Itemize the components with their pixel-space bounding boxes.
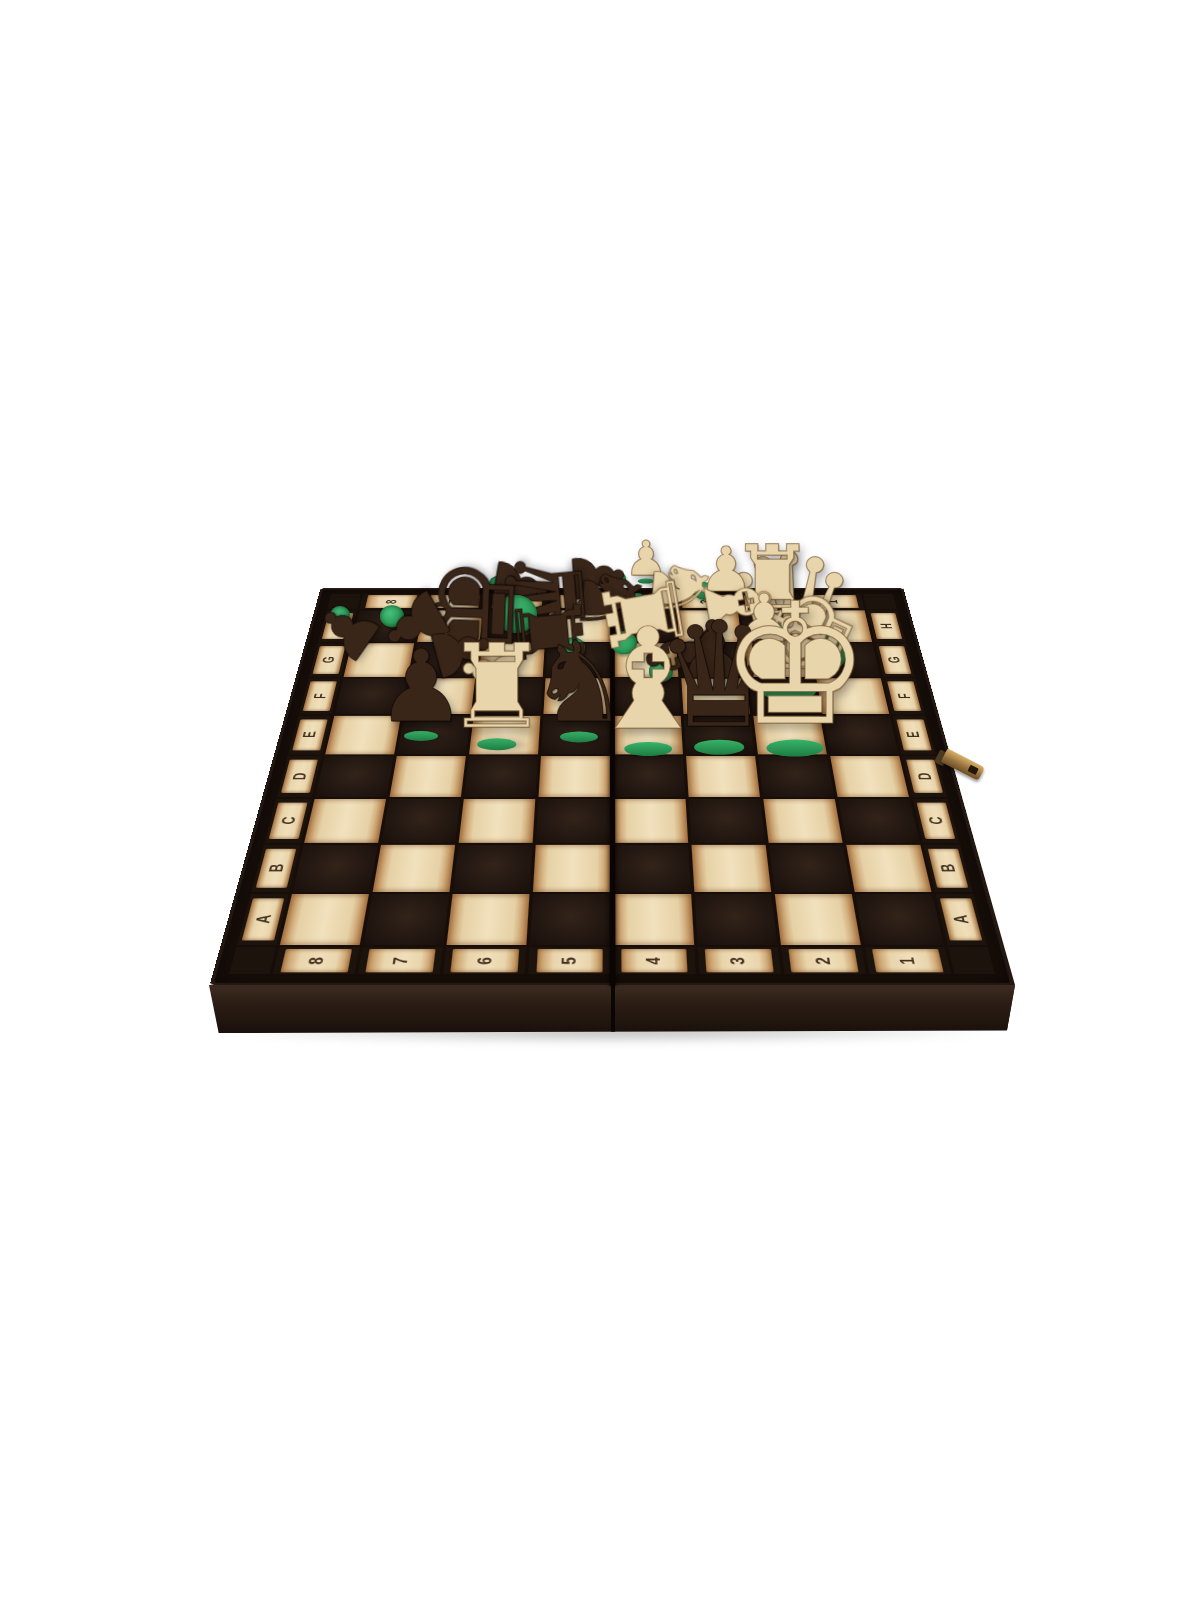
board-square-e5 [541, 716, 610, 754]
board-square-d2 [758, 756, 834, 797]
file-label-plate: E [292, 719, 327, 750]
rank-label-text: 3 [699, 600, 714, 604]
rank-label: 2 [781, 947, 866, 974]
board-square-g1 [810, 643, 881, 677]
file-label-text: G [320, 657, 337, 663]
rank-label-text: 6 [510, 600, 525, 604]
file-label: G [875, 643, 915, 677]
board-square-c5 [536, 799, 610, 843]
file-label-text: H [878, 623, 895, 629]
board-square-a7 [363, 894, 449, 945]
file-label-plate: H [322, 613, 354, 639]
file-label-text: F [895, 693, 913, 698]
frame-corner [863, 594, 896, 609]
file-label-plate: A [940, 898, 982, 940]
board-square-g5 [546, 643, 611, 677]
rank-label: 6 [443, 947, 526, 974]
board-square-c4 [614, 799, 688, 843]
file-label-text: C [926, 816, 946, 824]
board-square-d6 [464, 756, 538, 797]
rank-label-text: 5 [573, 600, 588, 604]
board-square-h3 [677, 610, 742, 642]
file-label-plate: F [887, 682, 921, 711]
file-label: H [867, 610, 905, 642]
board-square-e7 [397, 716, 471, 754]
rank-label-plate: 7 [429, 595, 480, 608]
board-square-g6 [478, 643, 545, 677]
frame-corner [948, 947, 995, 974]
file-label-text: E [301, 732, 319, 738]
rank-label: 8 [273, 947, 359, 974]
board-square-b8 [292, 845, 377, 892]
board-square-h2 [740, 610, 806, 642]
rank-label: 5 [550, 594, 611, 609]
file-label-text: D [290, 772, 309, 779]
rank-label-text: 3 [728, 957, 749, 964]
board-square-b6 [453, 845, 533, 892]
board-square-c1 [838, 799, 920, 843]
file-label: B [923, 845, 972, 892]
board-square-b1 [846, 845, 931, 892]
file-label-plate: B [256, 849, 296, 888]
board-square-g7 [411, 643, 480, 677]
rank-label-text: 5 [560, 957, 580, 964]
rank-label: 4 [613, 594, 674, 609]
file-label-text: F [311, 693, 329, 698]
file-label: A [935, 894, 987, 945]
rank-label-plate: 5 [536, 949, 603, 972]
file-label: G [309, 643, 349, 677]
rank-label-plate: 5 [555, 595, 605, 608]
rank-label-text: 1 [897, 957, 918, 964]
rank-label: 7 [423, 594, 486, 609]
rank-label-plate: 1 [806, 595, 858, 608]
rank-label-text: 8 [384, 600, 400, 604]
file-label-plate: C [917, 802, 956, 838]
felt-base [638, 579, 654, 584]
file-label: D [277, 756, 322, 797]
board-square-f1 [816, 678, 889, 714]
board-square-g4 [613, 643, 678, 677]
rank-label: 3 [676, 594, 738, 609]
rank-label-plate: 1 [872, 949, 943, 972]
board-square-d8 [315, 756, 394, 797]
file-label-plate: E [896, 719, 931, 750]
file-label-text: A [252, 915, 274, 924]
rank-label-plate: 6 [492, 595, 543, 608]
board-square-f2 [749, 678, 820, 714]
rank-label-text: 7 [447, 600, 462, 604]
file-label-plate: C [269, 802, 308, 838]
board-square-a4 [614, 894, 694, 945]
board-square-d5 [539, 756, 611, 797]
rank-label-text: 8 [306, 957, 327, 964]
chess-board-3d-wrapper: 87654321HHGGFFEEDDCCBBAA87654321 [210, 588, 1015, 985]
rank-label-plate: 3 [705, 949, 773, 972]
board-square-f4 [613, 678, 680, 714]
file-label-plate: H [871, 613, 903, 639]
fold-seam-front [611, 983, 615, 1033]
board-square-f7 [404, 678, 475, 714]
piece-contact-shadow [638, 579, 662, 586]
board-square-b7 [373, 845, 456, 892]
file-label-text: H [329, 623, 346, 629]
board-square-a5 [530, 894, 610, 945]
rank-label: 2 [738, 594, 801, 609]
board-square-g2 [744, 643, 813, 677]
rank-label: 5 [529, 947, 611, 974]
frame-corner [327, 594, 360, 609]
rank-label: 1 [865, 947, 951, 974]
board-square-h1 [804, 610, 872, 642]
file-label: C [912, 799, 959, 843]
board-square-e6 [469, 716, 540, 754]
board-square-c6 [459, 799, 536, 843]
file-label: E [893, 716, 936, 754]
board-square-d7 [390, 756, 466, 797]
rank-label-text: 7 [390, 957, 411, 964]
file-label-plate: B [928, 849, 968, 888]
board-square-c3 [688, 799, 765, 843]
board-square-g3 [679, 643, 746, 677]
board-square-h7 [417, 610, 483, 642]
board-square-h8 [352, 610, 420, 642]
file-label: E [288, 716, 331, 754]
file-label-text: G [886, 657, 903, 663]
board-square-b5 [533, 845, 610, 892]
rank-label: 7 [358, 947, 443, 974]
rank-label-plate: 3 [681, 595, 732, 608]
file-label-plate: G [879, 646, 912, 674]
rank-label: 1 [801, 594, 864, 609]
board-square-h5 [548, 610, 611, 642]
rank-label-plate: 2 [744, 595, 795, 608]
board-square-a3 [694, 894, 777, 945]
rank-label: 6 [486, 594, 548, 609]
board-square-g8 [344, 643, 415, 677]
file-label: F [884, 678, 925, 714]
rank-label-text: 2 [762, 600, 777, 604]
rank-label-text: 6 [475, 957, 496, 964]
board-square-a6 [447, 894, 530, 945]
board-square-f6 [474, 678, 543, 714]
board-square-d4 [614, 756, 686, 797]
file-label-text: E [905, 732, 923, 738]
file-label-plate: A [242, 898, 284, 940]
board-square-d3 [686, 756, 760, 797]
rank-label-text: 1 [825, 600, 841, 604]
rank-label-plate: 2 [788, 949, 858, 972]
file-label-text: B [266, 864, 287, 872]
rank-label: 8 [360, 594, 423, 609]
board-square-d1 [830, 756, 909, 797]
rank-label-text: 4 [636, 600, 651, 604]
board-square-c2 [763, 799, 842, 843]
rank-label: 4 [614, 947, 696, 974]
file-label: F [299, 678, 340, 714]
clasp-body [941, 748, 985, 780]
rank-label-plate: 4 [619, 595, 669, 608]
board-square-c8 [304, 799, 386, 843]
rank-label: 3 [697, 947, 780, 974]
board-square-a8 [280, 894, 369, 945]
rank-label-text: 4 [644, 957, 664, 964]
rank-label-plate: 6 [451, 949, 519, 972]
product-photo-canvas: 87654321HHGGFFEEDDCCBBAA87654321 ♟♛♟♟♞♞♟… [0, 0, 1200, 1600]
clasp-hole [967, 765, 978, 775]
board-square-h4 [613, 610, 676, 642]
file-label-text: C [278, 816, 298, 824]
board-square-b4 [614, 845, 691, 892]
file-label-text: A [950, 915, 972, 924]
board-square-a2 [775, 894, 861, 945]
rank-label-plate: 7 [366, 949, 436, 972]
board-square-b2 [769, 845, 852, 892]
board-front-side-face [209, 983, 1015, 1033]
rank-label-plate: 4 [621, 949, 688, 972]
file-label-plate: D [281, 759, 318, 793]
board-square-f3 [681, 678, 750, 714]
board-square-e8 [325, 716, 401, 754]
board-square-f5 [544, 678, 611, 714]
frame-corner [229, 947, 276, 974]
rank-label-plate: 8 [281, 949, 352, 972]
chess-piece-light-pawn-standing: ♟ [624, 534, 667, 582]
rank-label-text: 2 [813, 957, 834, 964]
board-square-a1 [855, 894, 944, 945]
board-square-b3 [691, 845, 771, 892]
board-square-c7 [382, 799, 461, 843]
file-label-plate: F [303, 682, 337, 711]
felt-base [610, 572, 626, 586]
board-square-e3 [683, 716, 754, 754]
file-label: H [318, 610, 356, 642]
file-label-plate: G [313, 646, 346, 674]
board-square-h6 [483, 610, 548, 642]
board-square-e2 [753, 716, 827, 754]
rank-label-plate: 8 [365, 595, 417, 608]
file-label: C [265, 799, 312, 843]
fold-seam-top [609, 588, 615, 986]
file-label-text: B [937, 864, 958, 872]
board-square-f8 [335, 678, 408, 714]
board-square-e4 [613, 716, 682, 754]
board-square-e1 [823, 716, 899, 754]
